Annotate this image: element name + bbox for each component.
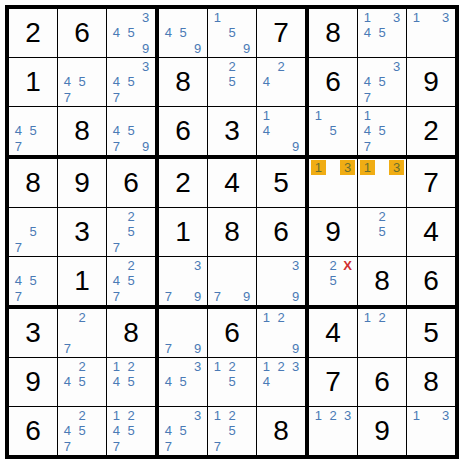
cell-r1c7[interactable]: 8 [309, 9, 358, 58]
big-digit: 4 [423, 218, 439, 246]
candidate-4[interactable]: 4 [60, 423, 75, 438]
big-digit: 6 [224, 319, 240, 347]
big-digit: 7 [273, 19, 289, 47]
cell-r9c3[interactable]: 12457 [107, 407, 159, 455]
candidate-1[interactable]: 1 [259, 310, 274, 325]
big-digit: 9 [423, 68, 439, 96]
candidate-1[interactable]: 1 [210, 359, 225, 374]
candidate-4[interactable]: 4 [60, 374, 75, 389]
cell-r5c3[interactable]: 257 [107, 208, 159, 257]
cell-r2c2[interactable]: 457 [58, 58, 107, 107]
cell-r1c1[interactable]: 2 [9, 9, 58, 58]
cell-r8c4[interactable]: 345 [159, 358, 208, 407]
candidate-4[interactable]: 4 [109, 423, 124, 438]
candidate-7[interactable]: 7 [11, 240, 26, 255]
cell-r4c6[interactable]: 5 [257, 159, 309, 208]
candidate-4[interactable]: 4 [259, 74, 274, 89]
candidate-4[interactable]: 4 [109, 374, 124, 389]
candidate-7[interactable]: 7 [210, 289, 225, 304]
candidate-9[interactable]: 9 [138, 139, 153, 154]
cell-r9c4[interactable]: 3457 [159, 407, 208, 455]
candidate-2[interactable]: 2 [124, 408, 139, 423]
cell-r8c3[interactable]: 1245 [107, 358, 159, 407]
candidate-5[interactable]: 5 [375, 123, 390, 138]
elimination-x-icon[interactable]: X [340, 258, 355, 273]
candidate-1[interactable]: 1 [109, 408, 124, 423]
candidate-7[interactable]: 7 [161, 289, 176, 304]
cell-r3c2[interactable]: 8 [58, 107, 107, 159]
candidate-2[interactable]: 2 [225, 59, 240, 74]
candidate-1[interactable]: 1 [259, 108, 274, 123]
cell-r4c2[interactable]: 9 [58, 159, 107, 208]
cell-r8c8[interactable]: 6 [358, 358, 407, 407]
cell-r7c4[interactable]: 79 [159, 309, 208, 358]
candidate-4[interactable]: 4 [11, 123, 26, 138]
sudoku-app-window: 2634594591597813451314573457825246345794… [0, 0, 464, 464]
big-digit: 6 [423, 267, 439, 295]
candidate-1[interactable]: 1 [360, 10, 375, 25]
candidate-4[interactable]: 4 [11, 273, 26, 288]
big-digit: 9 [374, 417, 390, 445]
cell-r6c7[interactable]: 25X [309, 257, 358, 309]
big-digit: 4 [224, 169, 240, 197]
cell-r8c7[interactable]: 7 [309, 358, 358, 407]
cell-r2c3[interactable]: 3457 [107, 58, 159, 107]
candidate-7[interactable]: 7 [11, 289, 26, 304]
big-digit: 2 [423, 117, 439, 145]
cell-r1c9[interactable]: 13 [407, 9, 455, 58]
cell-r8c5[interactable]: 125 [208, 358, 257, 407]
candidate-1[interactable]: 1 [360, 108, 375, 123]
cell-r6c6[interactable]: 39 [257, 257, 309, 309]
cell-r3c8[interactable]: 1457 [358, 107, 407, 159]
cell-r6c4[interactable]: 379 [159, 257, 208, 309]
candidate-9[interactable]: 9 [190, 289, 205, 304]
highlighted-candidate-1[interactable]: 1 [311, 160, 326, 175]
candidate-2[interactable]: 2 [124, 258, 139, 273]
candidate-2[interactable]: 2 [75, 408, 90, 423]
big-digit: 3 [25, 319, 41, 347]
cell-r5c7[interactable]: 9 [309, 208, 358, 257]
candidate-1[interactable]: 1 [409, 408, 424, 423]
candidate-5[interactable]: 5 [75, 423, 90, 438]
cell-r3c3[interactable]: 4579 [107, 107, 159, 159]
candidate-7[interactable]: 7 [360, 90, 375, 105]
cell-r4c8[interactable]: 13 [358, 159, 407, 208]
candidate-1[interactable]: 1 [311, 408, 326, 423]
candidate-9[interactable]: 9 [288, 341, 303, 356]
cell-r3c4[interactable]: 6 [159, 107, 208, 159]
candidate-4[interactable]: 4 [161, 25, 176, 40]
candidate-7[interactable]: 7 [109, 90, 124, 105]
candidate-3[interactable]: 3 [288, 258, 303, 273]
candidate-9[interactable]: 9 [288, 139, 303, 154]
candidate-7[interactable]: 7 [11, 139, 26, 154]
candidate-9[interactable]: 9 [138, 41, 153, 56]
cell-r4c9[interactable]: 7 [407, 159, 455, 208]
cell-r4c7[interactable]: 13 [309, 159, 358, 208]
highlighted-candidate-3[interactable]: 3 [340, 160, 355, 175]
cell-r6c1[interactable]: 457 [9, 257, 58, 309]
cell-r3c5[interactable]: 3 [208, 107, 257, 159]
candidate-5[interactable]: 5 [326, 273, 341, 288]
candidate-5[interactable]: 5 [124, 273, 139, 288]
big-digit: 6 [74, 19, 90, 47]
candidate-5[interactable]: 5 [326, 123, 341, 138]
cell-r5c9[interactable]: 4 [407, 208, 455, 257]
big-digit: 6 [273, 218, 289, 246]
cell-r7c1[interactable]: 3 [9, 309, 58, 358]
big-digit: 6 [325, 68, 341, 96]
candidate-5[interactable]: 5 [75, 374, 90, 389]
big-digit: 8 [374, 267, 390, 295]
candidate-2[interactable]: 2 [274, 359, 289, 374]
big-digit: 8 [175, 68, 191, 96]
cell-r8c9[interactable]: 8 [407, 358, 455, 407]
cell-r5c4[interactable]: 1 [159, 208, 208, 257]
big-digit: 7 [423, 169, 439, 197]
candidate-7[interactable]: 7 [109, 139, 124, 154]
cell-r7c6[interactable]: 129 [257, 309, 309, 358]
candidate-2[interactable]: 2 [124, 359, 139, 374]
candidate-5[interactable]: 5 [375, 74, 390, 89]
cell-r4c3[interactable]: 6 [107, 159, 159, 208]
candidate-2[interactable]: 2 [375, 310, 390, 325]
candidate-3[interactable]: 3 [438, 10, 453, 25]
candidate-2[interactable]: 2 [326, 408, 341, 423]
cell-r2c9[interactable]: 9 [407, 58, 455, 107]
cell-r6c3[interactable]: 2457 [107, 257, 159, 309]
candidate-9[interactable]: 9 [288, 289, 303, 304]
candidate-9[interactable]: 9 [239, 289, 254, 304]
cell-r7c5[interactable]: 6 [208, 309, 257, 358]
big-digit: 1 [74, 267, 90, 295]
big-digit: 8 [25, 169, 41, 197]
candidate-2[interactable]: 2 [75, 310, 90, 325]
big-digit: 8 [224, 218, 240, 246]
big-digit: 5 [273, 169, 289, 197]
candidate-7[interactable]: 7 [60, 341, 75, 356]
cell-r2c1[interactable]: 1 [9, 58, 58, 107]
candidate-2[interactable]: 2 [274, 310, 289, 325]
candidate-5[interactable]: 5 [176, 423, 191, 438]
cell-r7c2[interactable]: 27 [58, 309, 107, 358]
cell-r9c5[interactable]: 1257 [208, 407, 257, 455]
candidate-1[interactable]: 1 [259, 359, 274, 374]
candidate-1[interactable]: 1 [409, 10, 424, 25]
big-digit: 2 [25, 19, 41, 47]
candidate-9[interactable]: 9 [190, 41, 205, 56]
cell-r1c5[interactable]: 159 [208, 9, 257, 58]
candidate-3[interactable]: 3 [340, 408, 355, 423]
cell-r3c6[interactable]: 149 [257, 107, 309, 159]
candidate-7[interactable]: 7 [161, 439, 176, 454]
big-digit: 6 [374, 368, 390, 396]
candidate-7[interactable]: 7 [60, 90, 75, 105]
big-digit: 8 [273, 417, 289, 445]
cell-r2c5[interactable]: 25 [208, 58, 257, 107]
candidate-4[interactable]: 4 [360, 123, 375, 138]
candidate-7[interactable]: 7 [60, 439, 75, 454]
candidate-2[interactable]: 2 [225, 408, 240, 423]
cell-r4c1[interactable]: 8 [9, 159, 58, 208]
candidate-5[interactable]: 5 [124, 224, 139, 239]
cell-r8c1[interactable]: 9 [9, 358, 58, 407]
cell-r4c4[interactable]: 2 [159, 159, 208, 208]
candidate-5[interactable]: 5 [176, 374, 191, 389]
candidate-7[interactable]: 7 [109, 289, 124, 304]
candidate-4[interactable]: 4 [109, 123, 124, 138]
candidate-1[interactable]: 1 [109, 359, 124, 374]
big-digit: 8 [74, 117, 90, 145]
cell-r5c1[interactable]: 57 [9, 208, 58, 257]
cell-r1c8[interactable]: 1345 [358, 9, 407, 58]
candidate-2[interactable]: 2 [124, 209, 139, 224]
candidate-4[interactable]: 4 [60, 74, 75, 89]
candidate-3[interactable]: 3 [190, 408, 205, 423]
cell-r1c6[interactable]: 7 [257, 9, 309, 58]
cell-r6c8[interactable]: 8 [358, 257, 407, 309]
candidate-5[interactable]: 5 [26, 123, 41, 138]
cell-r7c9[interactable]: 5 [407, 309, 455, 358]
candidate-5[interactable]: 5 [75, 74, 90, 89]
candidate-5[interactable]: 5 [124, 25, 139, 40]
candidate-9[interactable]: 9 [190, 341, 205, 356]
candidate-4[interactable]: 4 [161, 423, 176, 438]
candidate-5[interactable]: 5 [176, 25, 191, 40]
big-digit: 5 [423, 319, 439, 347]
candidate-4[interactable]: 4 [360, 74, 375, 89]
candidate-3[interactable]: 3 [138, 10, 153, 25]
candidate-5[interactable]: 5 [124, 423, 139, 438]
cell-r6c5[interactable]: 79 [208, 257, 257, 309]
cell-r2c8[interactable]: 3457 [358, 58, 407, 107]
cell-r9c6[interactable]: 8 [257, 407, 309, 455]
cell-r2c7[interactable]: 6 [309, 58, 358, 107]
big-digit: 7 [325, 368, 341, 396]
candidate-7[interactable]: 7 [109, 439, 124, 454]
candidate-7[interactable]: 7 [109, 240, 124, 255]
cell-r9c8[interactable]: 9 [358, 407, 407, 455]
candidate-2[interactable]: 2 [274, 59, 289, 74]
candidate-3[interactable]: 3 [288, 359, 303, 374]
candidate-3[interactable]: 3 [389, 59, 404, 74]
cell-r7c7[interactable]: 4 [309, 309, 358, 358]
cell-r7c8[interactable]: 12 [358, 309, 407, 358]
cell-r8c2[interactable]: 245 [58, 358, 107, 407]
candidate-2[interactable]: 2 [75, 359, 90, 374]
candidate-3[interactable]: 3 [389, 10, 404, 25]
candidate-4[interactable]: 4 [109, 74, 124, 89]
candidate-3[interactable]: 3 [438, 408, 453, 423]
big-digit: 3 [224, 117, 240, 145]
big-digit: 8 [423, 368, 439, 396]
cell-r9c2[interactable]: 2457 [58, 407, 107, 455]
cell-r5c6[interactable]: 6 [257, 208, 309, 257]
candidate-5[interactable]: 5 [225, 74, 240, 89]
big-digit: 8 [325, 19, 341, 47]
cell-r1c2[interactable]: 6 [58, 9, 107, 58]
candidate-1[interactable]: 1 [360, 310, 375, 325]
cell-r7c3[interactable]: 8 [107, 309, 159, 358]
candidate-2[interactable]: 2 [326, 258, 341, 273]
cell-r1c3[interactable]: 3459 [107, 9, 159, 58]
candidate-4[interactable]: 4 [360, 25, 375, 40]
big-digit: 3 [74, 218, 90, 246]
candidate-5[interactable]: 5 [124, 123, 139, 138]
sudoku-board: 2634594591597813451314573457825246345794… [5, 5, 459, 459]
cell-r9c1[interactable]: 6 [9, 407, 58, 455]
candidate-5[interactable]: 5 [124, 74, 139, 89]
cell-r2c6[interactable]: 24 [257, 58, 309, 107]
candidate-7[interactable]: 7 [210, 439, 225, 454]
candidate-9[interactable]: 9 [239, 41, 254, 56]
candidate-4[interactable]: 4 [259, 123, 274, 138]
big-digit: 6 [123, 169, 139, 197]
cell-r3c1[interactable]: 457 [9, 107, 58, 159]
big-digit: 1 [175, 218, 191, 246]
candidate-3[interactable]: 3 [138, 59, 153, 74]
cell-r9c7[interactable]: 123 [309, 407, 358, 455]
cell-r8c6[interactable]: 1234 [257, 358, 309, 407]
candidate-2[interactable]: 2 [375, 209, 390, 224]
cell-r3c9[interactable]: 2 [407, 107, 455, 159]
big-digit: 8 [123, 319, 139, 347]
candidate-4[interactable]: 4 [161, 374, 176, 389]
candidate-5[interactable]: 5 [375, 224, 390, 239]
candidate-5[interactable]: 5 [225, 374, 240, 389]
cell-r6c9[interactable]: 6 [407, 257, 455, 309]
candidate-4[interactable]: 4 [109, 273, 124, 288]
cell-r5c8[interactable]: 25 [358, 208, 407, 257]
candidate-3[interactable]: 3 [190, 258, 205, 273]
highlighted-candidate-3[interactable]: 3 [389, 160, 404, 175]
candidate-3[interactable]: 3 [190, 359, 205, 374]
candidate-1[interactable]: 1 [210, 408, 225, 423]
candidate-2[interactable]: 2 [225, 359, 240, 374]
big-digit: 6 [25, 417, 41, 445]
candidate-7[interactable]: 7 [360, 139, 375, 154]
highlighted-candidate-1[interactable]: 1 [360, 160, 375, 175]
candidate-1[interactable]: 1 [210, 10, 225, 25]
candidate-1[interactable]: 1 [311, 108, 326, 123]
big-digit: 9 [25, 368, 41, 396]
candidate-5[interactable]: 5 [225, 25, 240, 40]
cell-r1c4[interactable]: 459 [159, 9, 208, 58]
big-digit: 9 [325, 218, 341, 246]
candidate-4[interactable]: 4 [109, 25, 124, 40]
cell-r6c2[interactable]: 1 [58, 257, 107, 309]
cell-r5c2[interactable]: 3 [58, 208, 107, 257]
candidate-4[interactable]: 4 [259, 374, 274, 389]
cell-r9c9[interactable]: 13 [407, 407, 455, 455]
big-digit: 2 [175, 169, 191, 197]
candidate-7[interactable]: 7 [161, 341, 176, 356]
candidate-5[interactable]: 5 [26, 273, 41, 288]
cell-r2c4[interactable]: 8 [159, 58, 208, 107]
candidate-5[interactable]: 5 [26, 224, 41, 239]
big-digit: 9 [74, 169, 90, 197]
cell-r4c5[interactable]: 4 [208, 159, 257, 208]
big-digit: 6 [175, 117, 191, 145]
candidate-5[interactable]: 5 [375, 25, 390, 40]
candidate-5[interactable]: 5 [225, 423, 240, 438]
cell-r3c7[interactable]: 15 [309, 107, 358, 159]
big-digit: 4 [325, 319, 341, 347]
big-digit: 1 [25, 68, 41, 96]
candidate-5[interactable]: 5 [124, 374, 139, 389]
cell-r5c5[interactable]: 8 [208, 208, 257, 257]
